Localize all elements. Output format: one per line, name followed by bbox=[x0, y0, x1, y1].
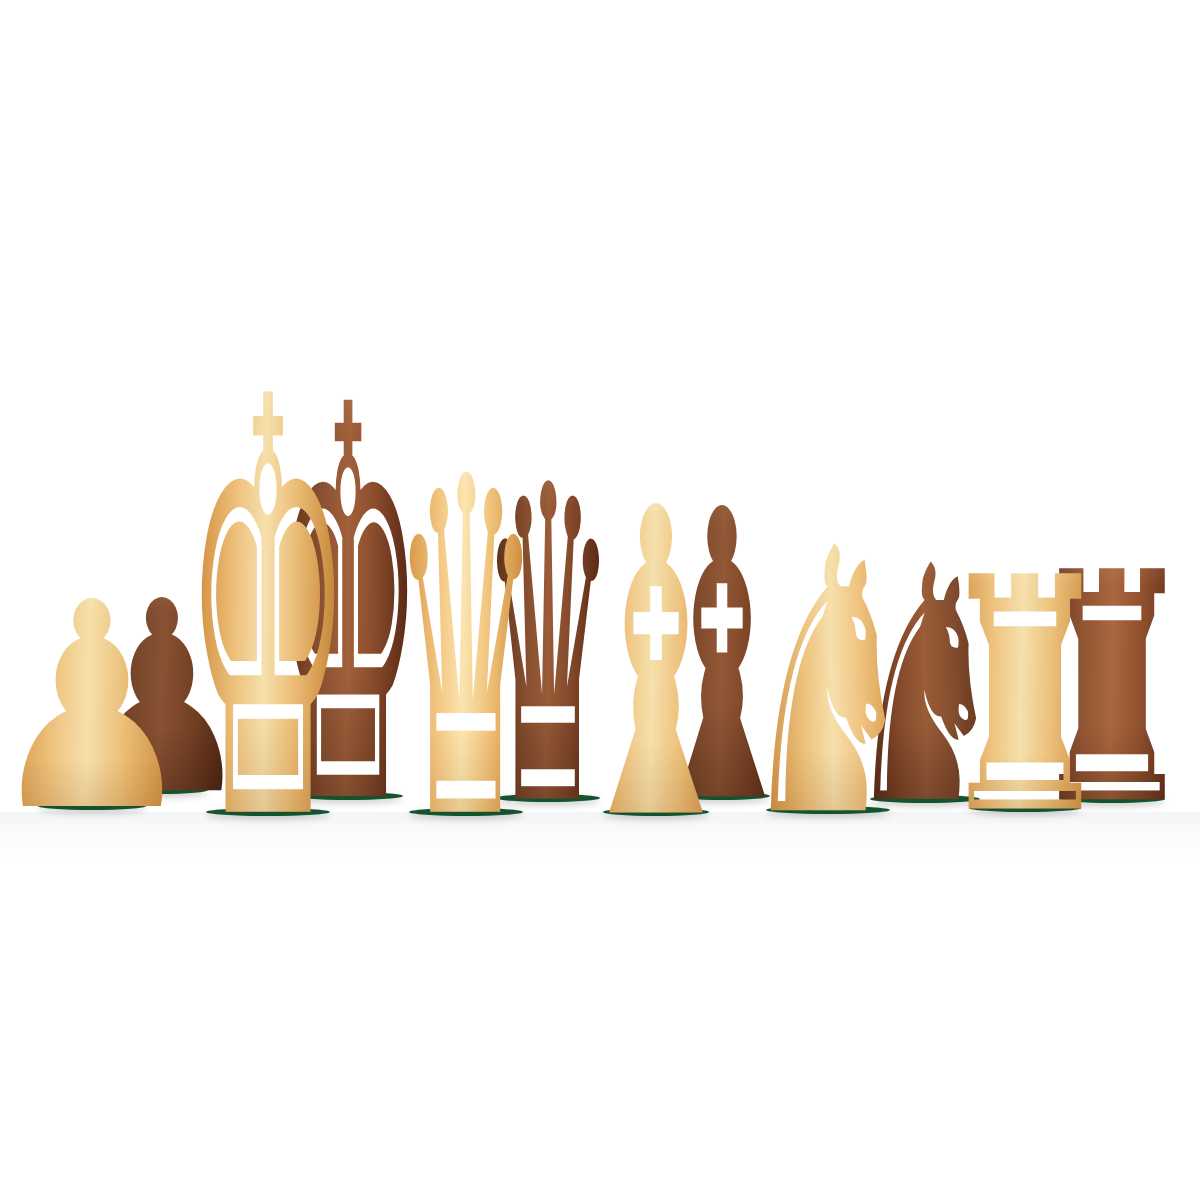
chess-piece-lineup: ♟♟♚♚♛♛♝♝♞♞♜♜ bbox=[0, 0, 1200, 1200]
chess-piece-light-pawn: ♟ bbox=[0, 565, 197, 850]
chess-piece-light-queen: ♛ bbox=[391, 418, 540, 884]
chess-piece-light-king: ♚ bbox=[183, 326, 353, 901]
chess-set-product-photo: ♟♟♚♚♛♛♝♝♞♞♜♜ bbox=[0, 0, 1200, 1200]
chess-piece-light-knight: ♞ bbox=[738, 501, 917, 867]
chess-piece-light-rook: ♜ bbox=[935, 536, 1114, 858]
chess-piece-light-bishop: ♝ bbox=[566, 454, 745, 877]
